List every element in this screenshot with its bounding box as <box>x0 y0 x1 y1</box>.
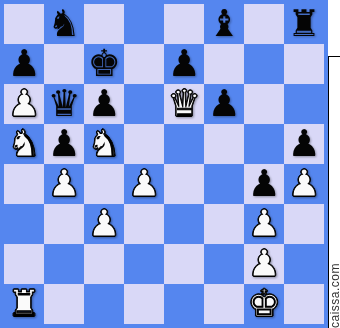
square-c5[interactable]: ♞ <box>84 124 124 164</box>
white-king: ♚ <box>247 284 280 324</box>
chess-diagram: ♞♝♜♟♚♟♟♛♟♛♟♞♟♞♟♟♟♟♟♟♟♟♜♚ caissa.com <box>0 0 340 328</box>
watermark: caissa.com <box>328 263 340 328</box>
white-knight: ♞ <box>87 124 120 164</box>
square-a1[interactable]: ♜ <box>4 284 44 324</box>
square-e1[interactable] <box>164 284 204 324</box>
square-d1[interactable] <box>124 284 164 324</box>
black-pawn: ♟ <box>7 44 40 84</box>
square-h2[interactable] <box>284 244 324 284</box>
square-b1[interactable] <box>44 284 84 324</box>
square-g1[interactable]: ♚ <box>244 284 284 324</box>
square-e5[interactable] <box>164 124 204 164</box>
square-g5[interactable] <box>244 124 284 164</box>
square-e8[interactable] <box>164 4 204 44</box>
square-e4[interactable] <box>164 164 204 204</box>
square-a3[interactable] <box>4 204 44 244</box>
square-a5[interactable]: ♞ <box>4 124 44 164</box>
square-c6[interactable]: ♟ <box>84 84 124 124</box>
black-knight: ♞ <box>47 4 80 44</box>
chess-board: ♞♝♜♟♚♟♟♛♟♛♟♞♟♞♟♟♟♟♟♟♟♟♜♚ <box>4 4 324 324</box>
square-h8[interactable]: ♜ <box>284 4 324 44</box>
square-b4[interactable]: ♟ <box>44 164 84 204</box>
square-f8[interactable]: ♝ <box>204 4 244 44</box>
square-d8[interactable] <box>124 4 164 44</box>
square-d2[interactable] <box>124 244 164 284</box>
white-knight: ♞ <box>7 124 40 164</box>
square-c3[interactable]: ♟ <box>84 204 124 244</box>
square-f6[interactable]: ♟ <box>204 84 244 124</box>
black-pawn: ♟ <box>247 164 280 204</box>
square-g6[interactable] <box>244 84 284 124</box>
white-queen: ♛ <box>167 84 200 124</box>
square-f4[interactable] <box>204 164 244 204</box>
white-pawn: ♟ <box>247 204 280 244</box>
white-rook: ♜ <box>7 284 40 324</box>
square-a8[interactable] <box>4 4 44 44</box>
square-g7[interactable] <box>244 44 284 84</box>
watermark-box: caissa.com <box>328 56 340 328</box>
white-pawn: ♟ <box>247 244 280 284</box>
square-a7[interactable]: ♟ <box>4 44 44 84</box>
square-e6[interactable]: ♛ <box>164 84 204 124</box>
board-margin: ♞♝♜♟♚♟♟♛♟♛♟♞♟♞♟♟♟♟♟♟♟♟♜♚ <box>0 0 328 328</box>
white-pawn: ♟ <box>47 164 80 204</box>
square-d7[interactable] <box>124 44 164 84</box>
square-a2[interactable] <box>4 244 44 284</box>
square-c7[interactable]: ♚ <box>84 44 124 84</box>
black-pawn: ♟ <box>87 84 120 124</box>
square-f5[interactable] <box>204 124 244 164</box>
square-c4[interactable] <box>84 164 124 204</box>
square-g4[interactable]: ♟ <box>244 164 284 204</box>
white-pawn: ♟ <box>7 84 40 124</box>
black-pawn: ♟ <box>167 44 200 84</box>
black-pawn: ♟ <box>47 124 80 164</box>
square-d5[interactable] <box>124 124 164 164</box>
square-g3[interactable]: ♟ <box>244 204 284 244</box>
square-e2[interactable] <box>164 244 204 284</box>
square-b2[interactable] <box>44 244 84 284</box>
square-d3[interactable] <box>124 204 164 244</box>
square-h3[interactable] <box>284 204 324 244</box>
black-bishop: ♝ <box>207 4 240 44</box>
square-b5[interactable]: ♟ <box>44 124 84 164</box>
square-h5[interactable]: ♟ <box>284 124 324 164</box>
square-c1[interactable] <box>84 284 124 324</box>
square-f3[interactable] <box>204 204 244 244</box>
square-e3[interactable] <box>164 204 204 244</box>
square-e7[interactable]: ♟ <box>164 44 204 84</box>
square-b7[interactable] <box>44 44 84 84</box>
black-queen: ♛ <box>47 84 80 124</box>
black-pawn: ♟ <box>207 84 240 124</box>
square-d6[interactable] <box>124 84 164 124</box>
square-f2[interactable] <box>204 244 244 284</box>
square-f1[interactable] <box>204 284 244 324</box>
square-g2[interactable]: ♟ <box>244 244 284 284</box>
square-h7[interactable] <box>284 44 324 84</box>
black-rook: ♜ <box>287 4 320 44</box>
white-pawn: ♟ <box>87 204 120 244</box>
side-strip: caissa.com <box>328 0 340 328</box>
white-pawn: ♟ <box>127 164 160 204</box>
white-pawn: ♟ <box>287 164 320 204</box>
square-c8[interactable] <box>84 4 124 44</box>
square-h4[interactable]: ♟ <box>284 164 324 204</box>
square-a6[interactable]: ♟ <box>4 84 44 124</box>
square-f7[interactable] <box>204 44 244 84</box>
square-b3[interactable] <box>44 204 84 244</box>
square-h1[interactable] <box>284 284 324 324</box>
black-king: ♚ <box>87 44 120 84</box>
square-c2[interactable] <box>84 244 124 284</box>
square-b6[interactable]: ♛ <box>44 84 84 124</box>
square-b8[interactable]: ♞ <box>44 4 84 44</box>
square-g8[interactable] <box>244 4 284 44</box>
square-h6[interactable] <box>284 84 324 124</box>
black-pawn: ♟ <box>287 124 320 164</box>
square-d4[interactable]: ♟ <box>124 164 164 204</box>
square-a4[interactable] <box>4 164 44 204</box>
